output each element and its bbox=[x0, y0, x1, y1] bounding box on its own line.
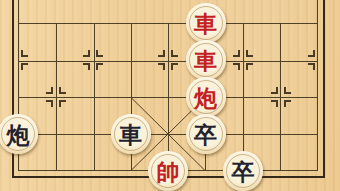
marker-corner bbox=[271, 87, 278, 94]
soldier-point-marker bbox=[233, 50, 253, 70]
marker-corner bbox=[46, 87, 53, 94]
marker-corner bbox=[96, 63, 103, 70]
piece-black-soldier[interactable]: 卒 bbox=[186, 114, 226, 154]
marker-corner bbox=[21, 50, 28, 57]
piece-black-soldier[interactable]: 卒 bbox=[223, 151, 263, 191]
cannon-point-marker bbox=[46, 87, 66, 107]
marker-corner bbox=[246, 63, 253, 70]
grid-cell bbox=[280, 134, 317, 171]
marker-corner bbox=[246, 50, 253, 57]
piece-black-chariot[interactable]: 車 bbox=[111, 114, 151, 154]
river-side-lines bbox=[18, 0, 318, 23]
soldier-point-marker bbox=[8, 50, 28, 70]
marker-corner bbox=[96, 50, 103, 57]
marker-corner bbox=[308, 50, 315, 57]
marker-corner bbox=[83, 50, 90, 57]
marker-corner bbox=[308, 63, 315, 70]
marker-corner bbox=[158, 63, 165, 70]
piece-red-chariot[interactable]: 車 bbox=[186, 3, 226, 43]
marker-corner bbox=[171, 63, 178, 70]
marker-corner bbox=[271, 100, 278, 107]
marker-corner bbox=[59, 87, 66, 94]
marker-corner bbox=[59, 100, 66, 107]
piece-red-cannon[interactable]: 炮 bbox=[186, 77, 226, 117]
soldier-point-marker bbox=[83, 50, 103, 70]
soldier-point-marker bbox=[308, 50, 328, 70]
marker-corner bbox=[46, 100, 53, 107]
soldier-point-marker bbox=[158, 50, 178, 70]
marker-corner bbox=[233, 63, 240, 70]
cannon-point-marker bbox=[271, 87, 291, 107]
xiangqi-board: 車車炮炮車卒帥卒 bbox=[0, 0, 340, 191]
marker-corner bbox=[284, 100, 291, 107]
grid-cell bbox=[56, 134, 93, 171]
marker-corner bbox=[233, 50, 240, 57]
marker-corner bbox=[171, 50, 178, 57]
marker-corner bbox=[158, 50, 165, 57]
marker-corner bbox=[284, 87, 291, 94]
piece-red-general[interactable]: 帥 bbox=[148, 151, 188, 191]
marker-corner bbox=[21, 63, 28, 70]
marker-corner bbox=[83, 63, 90, 70]
piece-red-chariot[interactable]: 車 bbox=[186, 40, 226, 80]
